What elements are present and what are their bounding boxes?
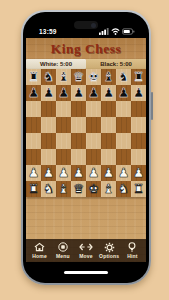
square-d5[interactable] [71,117,86,133]
hint-icon [128,242,136,252]
square-f5[interactable] [101,117,116,133]
black-knight: ♞ [118,71,129,84]
black-pawn: ♟ [103,87,114,100]
square-d3[interactable] [71,149,86,165]
square-g4[interactable] [116,133,131,149]
square-e6[interactable] [86,101,101,117]
square-d2[interactable]: ♟ [71,165,86,181]
toolbar-hint-button[interactable]: Hint [121,242,144,259]
camera-icon [91,23,96,28]
square-g7[interactable]: ♟ [116,85,131,101]
wood-background [26,197,146,239]
square-c7[interactable]: ♟ [56,85,71,101]
status-time: 13:59 [39,28,57,35]
square-f7[interactable]: ♟ [101,85,116,101]
square-c1[interactable]: ♝ [56,181,71,197]
square-c3[interactable] [56,149,71,165]
square-g2[interactable]: ♟ [116,165,131,181]
white-bishop: ♝ [58,183,69,196]
black-pawn: ♟ [133,87,144,100]
square-e3[interactable] [86,149,101,165]
square-d4[interactable] [71,133,86,149]
clock-bar: White: 5:00 Black: 5:00 [26,59,146,69]
square-b2[interactable]: ♟ [41,165,56,181]
white-rook: ♜ [133,183,144,196]
black-pawn: ♟ [88,87,99,100]
black-pawn: ♟ [28,87,39,100]
black-knight: ♞ [43,71,54,84]
square-e1[interactable]: ♚ [86,181,101,197]
square-e8[interactable]: ♚ [86,69,101,85]
white-pawn: ♟ [133,167,144,180]
options-icon [104,242,115,252]
black-rook: ♜ [133,71,144,84]
square-h2[interactable]: ♟ [131,165,146,181]
square-e7[interactable]: ♟ [86,85,101,101]
square-d1[interactable]: ♛ [71,181,86,197]
square-a4[interactable] [26,133,41,149]
square-f3[interactable] [101,149,116,165]
square-d8[interactable]: ♛ [71,69,86,85]
square-a8[interactable]: ♜ [26,69,41,85]
square-h4[interactable] [131,133,146,149]
square-g1[interactable]: ♞ [116,181,131,197]
toolbar-menu-label: Menu [56,253,70,259]
toolbar-hint-label: Hint [127,253,138,259]
menu-icon [58,242,68,252]
black-pawn: ♟ [43,87,54,100]
square-a6[interactable] [26,101,41,117]
chess-board: ♜♞♝♛♚♝♞♜♟♟♟♟♟♟♟♟♟♟♟♟♟♟♟♟♜♞♝♛♚♝♞♜ [26,69,146,197]
screen: 13:59 [26,15,146,280]
bottom-strip [26,262,146,280]
square-b5[interactable] [41,117,56,133]
square-d7[interactable]: ♟ [71,85,86,101]
toolbar-options-label: Options [99,253,119,259]
white-pawn: ♟ [43,167,54,180]
square-d6[interactable] [71,101,86,117]
square-a7[interactable]: ♟ [26,85,41,101]
wifi-icon [111,28,120,35]
white-rook: ♜ [28,183,39,196]
signal-icon [99,28,109,35]
status-icons [99,28,135,35]
black-bishop: ♝ [103,71,114,84]
square-e2[interactable]: ♟ [86,165,101,181]
home-icon [34,242,45,252]
chess-app: King Chess White: 5:00 Black: 5:00 ♜♞♝♛♚… [26,38,146,262]
app-title: King Chess [26,38,146,59]
move-icon [79,242,93,252]
square-b4[interactable] [41,133,56,149]
square-a3[interactable] [26,149,41,165]
square-c6[interactable] [56,101,71,117]
white-clock: White: 5:00 [26,59,86,69]
square-g6[interactable] [116,101,131,117]
square-f6[interactable] [101,101,116,117]
white-pawn: ♟ [88,167,99,180]
square-a5[interactable] [26,117,41,133]
black-pawn: ♟ [58,87,69,100]
square-h5[interactable] [131,117,146,133]
black-rook: ♜ [28,71,39,84]
white-pawn: ♟ [28,167,39,180]
square-f1[interactable]: ♝ [101,181,116,197]
toolbar: Home Menu [26,239,146,262]
square-b6[interactable] [41,101,56,117]
white-queen: ♛ [73,183,84,196]
square-c4[interactable] [56,133,71,149]
toolbar-menu-button[interactable]: Menu [51,242,74,259]
phone-bezel: 13:59 [23,12,149,283]
white-knight: ♞ [118,183,129,196]
square-h8[interactable]: ♜ [131,69,146,85]
square-g8[interactable]: ♞ [116,69,131,85]
white-pawn: ♟ [103,167,114,180]
square-e5[interactable] [86,117,101,133]
square-c2[interactable]: ♟ [56,165,71,181]
square-b7[interactable]: ♟ [41,85,56,101]
side-button[interactable] [151,92,153,120]
square-f8[interactable]: ♝ [101,69,116,85]
white-bishop: ♝ [103,183,114,196]
notch [74,21,98,29]
white-pawn: ♟ [58,167,69,180]
black-pawn: ♟ [73,87,84,100]
black-king: ♚ [88,71,99,84]
black-pawn: ♟ [118,87,129,100]
white-king: ♚ [88,183,99,196]
toolbar-options-button[interactable]: Options [98,242,121,259]
square-h7[interactable]: ♟ [131,85,146,101]
square-b1[interactable]: ♞ [41,181,56,197]
black-clock: Black: 5:00 [86,59,146,69]
black-bishop: ♝ [58,71,69,84]
toolbar-move-label: Move [79,253,93,259]
square-h1[interactable]: ♜ [131,181,146,197]
battery-icon [122,28,135,35]
square-h3[interactable] [131,149,146,165]
toolbar-move-button[interactable]: Move [74,242,97,259]
square-g5[interactable] [116,117,131,133]
square-f4[interactable] [101,133,116,149]
square-e4[interactable] [86,133,101,149]
square-c5[interactable] [56,117,71,133]
phone-frame: 13:59 [21,10,151,285]
status-bar: 13:59 [26,15,146,38]
home-indicator[interactable] [64,271,108,274]
white-knight: ♞ [43,183,54,196]
square-a2[interactable]: ♟ [26,165,41,181]
square-f2[interactable]: ♟ [101,165,116,181]
toolbar-home-label: Home [32,253,47,259]
black-queen: ♛ [73,71,84,84]
square-h6[interactable] [131,101,146,117]
square-g3[interactable] [116,149,131,165]
white-pawn: ♟ [118,167,129,180]
square-b8[interactable]: ♞ [41,69,56,85]
square-c8[interactable]: ♝ [56,69,71,85]
toolbar-home-button[interactable]: Home [28,242,51,259]
white-pawn: ♟ [73,167,84,180]
square-b3[interactable] [41,149,56,165]
square-a1[interactable]: ♜ [26,181,41,197]
